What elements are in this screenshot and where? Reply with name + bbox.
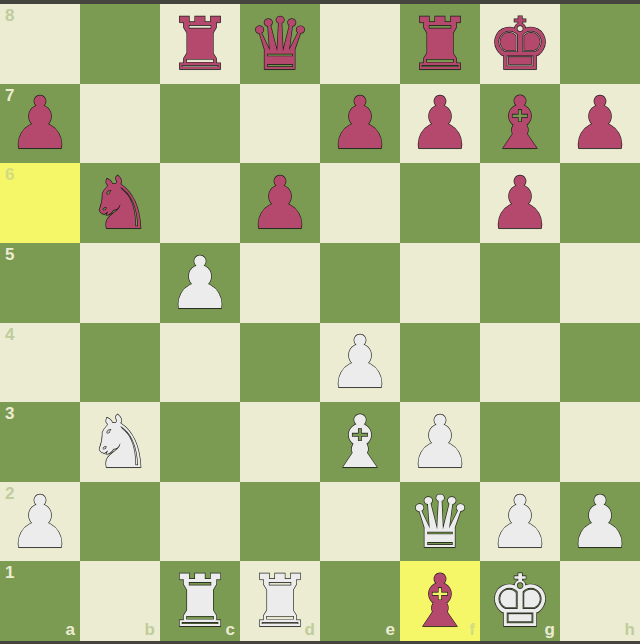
square-b4[interactable] bbox=[80, 323, 160, 403]
square-d5[interactable] bbox=[240, 243, 320, 323]
square-h1[interactable]: h bbox=[560, 561, 640, 641]
square-g3[interactable] bbox=[480, 402, 560, 482]
square-e1[interactable]: e bbox=[320, 561, 400, 641]
square-b2[interactable] bbox=[80, 482, 160, 562]
black-bishop-icon[interactable]: ♝ bbox=[488, 84, 553, 162]
square-c5[interactable]: ♟ bbox=[160, 243, 240, 323]
square-h7[interactable]: ♟ bbox=[560, 84, 640, 164]
rank-label-1: 1 bbox=[5, 564, 14, 581]
square-h2[interactable]: ♟ bbox=[560, 482, 640, 562]
square-f1[interactable]: f♝ bbox=[400, 561, 480, 641]
white-rook-icon[interactable]: ♜ bbox=[168, 562, 233, 640]
file-label-e: e bbox=[386, 621, 395, 638]
square-b3[interactable]: ♞ bbox=[80, 402, 160, 482]
white-pawn-icon[interactable]: ♟ bbox=[568, 483, 633, 561]
square-c4[interactable] bbox=[160, 323, 240, 403]
black-queen-icon[interactable]: ♛ bbox=[248, 5, 313, 83]
square-c3[interactable] bbox=[160, 402, 240, 482]
white-bishop-icon[interactable]: ♝ bbox=[328, 403, 393, 481]
square-e2[interactable] bbox=[320, 482, 400, 562]
square-d4[interactable] bbox=[240, 323, 320, 403]
black-pawn-icon[interactable]: ♟ bbox=[488, 164, 553, 242]
square-d3[interactable] bbox=[240, 402, 320, 482]
square-f3[interactable]: ♟ bbox=[400, 402, 480, 482]
square-c1[interactable]: c♜ bbox=[160, 561, 240, 641]
square-a1[interactable]: 1a bbox=[0, 561, 80, 641]
square-g5[interactable] bbox=[480, 243, 560, 323]
square-b1[interactable]: b bbox=[80, 561, 160, 641]
white-rook-icon[interactable]: ♜ bbox=[248, 562, 313, 640]
square-d7[interactable] bbox=[240, 84, 320, 164]
square-h3[interactable] bbox=[560, 402, 640, 482]
square-e5[interactable] bbox=[320, 243, 400, 323]
square-f6[interactable] bbox=[400, 163, 480, 243]
white-knight-icon[interactable]: ♞ bbox=[88, 403, 153, 481]
square-a5[interactable]: 5 bbox=[0, 243, 80, 323]
square-e3[interactable]: ♝ bbox=[320, 402, 400, 482]
square-d6[interactable]: ♟ bbox=[240, 163, 320, 243]
square-e8[interactable] bbox=[320, 4, 400, 84]
square-h6[interactable] bbox=[560, 163, 640, 243]
square-b5[interactable] bbox=[80, 243, 160, 323]
square-g2[interactable]: ♟ bbox=[480, 482, 560, 562]
rank-label-8: 8 bbox=[5, 7, 14, 24]
black-king-icon[interactable]: ♚ bbox=[488, 5, 553, 83]
square-g1[interactable]: g♚ bbox=[480, 561, 560, 641]
black-rook-icon[interactable]: ♜ bbox=[408, 5, 473, 83]
white-pawn-icon[interactable]: ♟ bbox=[488, 483, 553, 561]
white-queen-icon[interactable]: ♛ bbox=[408, 483, 473, 561]
rank-label-6: 6 bbox=[5, 166, 14, 183]
rank-label-4: 4 bbox=[5, 326, 14, 343]
white-pawn-icon[interactable]: ♟ bbox=[328, 323, 393, 401]
white-king-icon[interactable]: ♚ bbox=[488, 562, 553, 640]
square-d1[interactable]: d♜ bbox=[240, 561, 320, 641]
square-h8[interactable] bbox=[560, 4, 640, 84]
square-c8[interactable]: ♜ bbox=[160, 4, 240, 84]
black-knight-icon[interactable]: ♞ bbox=[88, 164, 153, 242]
square-e6[interactable] bbox=[320, 163, 400, 243]
rank-label-3: 3 bbox=[5, 405, 14, 422]
rank-label-5: 5 bbox=[5, 246, 14, 263]
file-label-b: b bbox=[145, 621, 155, 638]
black-pawn-icon[interactable]: ♟ bbox=[8, 84, 73, 162]
square-c2[interactable] bbox=[160, 482, 240, 562]
square-c7[interactable] bbox=[160, 84, 240, 164]
black-pawn-icon[interactable]: ♟ bbox=[568, 84, 633, 162]
white-pawn-icon[interactable]: ♟ bbox=[8, 483, 73, 561]
square-e7[interactable]: ♟ bbox=[320, 84, 400, 164]
black-pawn-icon[interactable]: ♟ bbox=[408, 84, 473, 162]
square-a7[interactable]: 7♟ bbox=[0, 84, 80, 164]
chess-board: 8♜♛♜♚7♟♟♟♝♟6♞♟♟5♟4♟3♞♝♟2♟♛♟♟1abc♜d♜ef♝g♚… bbox=[0, 4, 640, 641]
square-a3[interactable]: 3 bbox=[0, 402, 80, 482]
square-g4[interactable] bbox=[480, 323, 560, 403]
square-h4[interactable] bbox=[560, 323, 640, 403]
square-a8[interactable]: 8 bbox=[0, 4, 80, 84]
square-a2[interactable]: 2♟ bbox=[0, 482, 80, 562]
square-f2[interactable]: ♛ bbox=[400, 482, 480, 562]
square-g8[interactable]: ♚ bbox=[480, 4, 560, 84]
square-c6[interactable] bbox=[160, 163, 240, 243]
square-f5[interactable] bbox=[400, 243, 480, 323]
square-g7[interactable]: ♝ bbox=[480, 84, 560, 164]
square-f4[interactable] bbox=[400, 323, 480, 403]
square-a6[interactable]: 6 bbox=[0, 163, 80, 243]
square-b6[interactable]: ♞ bbox=[80, 163, 160, 243]
square-g6[interactable]: ♟ bbox=[480, 163, 560, 243]
file-label-a: a bbox=[66, 621, 75, 638]
square-e4[interactable]: ♟ bbox=[320, 323, 400, 403]
square-d8[interactable]: ♛ bbox=[240, 4, 320, 84]
black-rook-icon[interactable]: ♜ bbox=[168, 5, 233, 83]
file-label-h: h bbox=[625, 621, 635, 638]
square-d2[interactable] bbox=[240, 482, 320, 562]
white-pawn-icon[interactable]: ♟ bbox=[408, 403, 473, 481]
black-pawn-icon[interactable]: ♟ bbox=[328, 84, 393, 162]
chess-app-window: 8♜♛♜♚7♟♟♟♝♟6♞♟♟5♟4♟3♞♝♟2♟♛♟♟1abc♜d♜ef♝g♚… bbox=[0, 0, 640, 644]
square-h5[interactable] bbox=[560, 243, 640, 323]
square-b7[interactable] bbox=[80, 84, 160, 164]
square-b8[interactable] bbox=[80, 4, 160, 84]
square-f7[interactable]: ♟ bbox=[400, 84, 480, 164]
black-bishop-icon[interactable]: ♝ bbox=[408, 562, 473, 640]
square-a4[interactable]: 4 bbox=[0, 323, 80, 403]
white-pawn-icon[interactable]: ♟ bbox=[168, 244, 233, 322]
square-f8[interactable]: ♜ bbox=[400, 4, 480, 84]
black-pawn-icon[interactable]: ♟ bbox=[248, 164, 313, 242]
